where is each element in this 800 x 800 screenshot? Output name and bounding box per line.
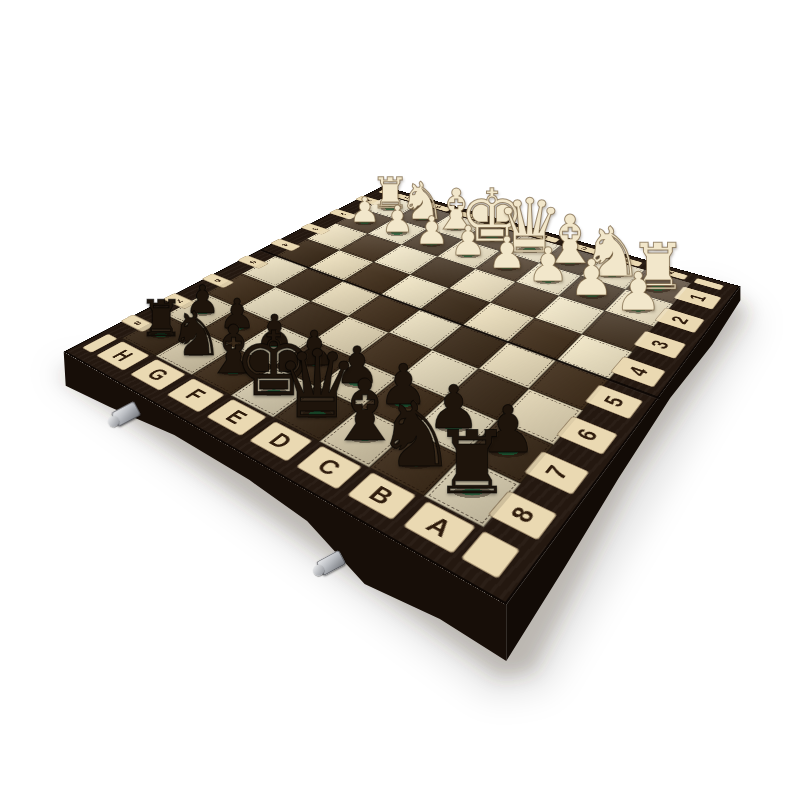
chess-set-photo: HHGGFFEEDDCCBBAA1122334455667788 ♜♞♝♛♚♝♞… <box>0 0 800 800</box>
piece-white-pawn-e2[interactable]: ♟ <box>450 221 487 262</box>
piece-white-pawn-h2[interactable]: ♟ <box>349 193 380 228</box>
piece-white-pawn-b2[interactable]: ♟ <box>569 253 614 303</box>
piece-white-pawn-d2[interactable]: ♟ <box>487 231 526 275</box>
piece-black-rook-a8[interactable]: ♜ <box>433 420 511 507</box>
corner-cell-right <box>693 278 724 290</box>
piece-white-pawn-f2[interactable]: ♟ <box>414 211 449 250</box>
piece-white-pawn-a2[interactable]: ♟ <box>615 265 663 318</box>
corner-cell-near <box>461 531 521 579</box>
piece-white-pawn-g2[interactable]: ♟ <box>381 202 414 239</box>
rank-label-3: 3 <box>633 331 686 359</box>
piece-white-pawn-c2[interactable]: ♟ <box>527 241 569 288</box>
